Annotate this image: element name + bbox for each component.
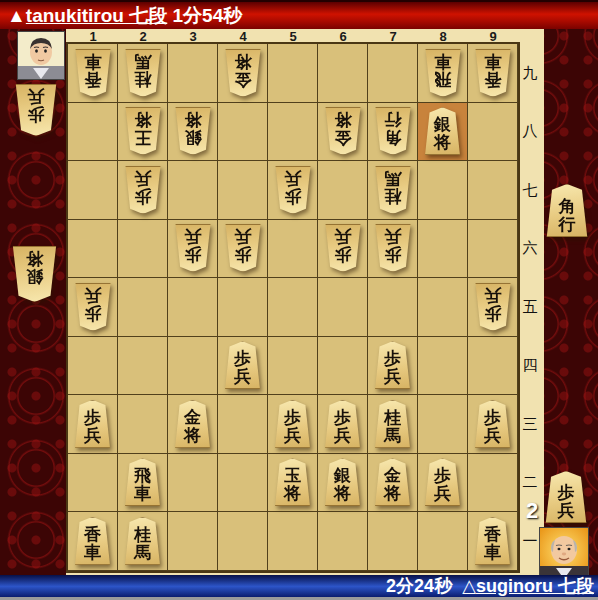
kanji: 兵 [558,502,575,520]
gote-piece-銀将[interactable]: 銀将 [324,458,362,506]
square-1五[interactable]: 歩兵 [68,278,118,337]
kanji: 兵 [334,427,351,445]
square-2一[interactable]: 桂馬 [118,512,168,571]
kanji: 兵 [384,227,401,245]
square-3七[interactable] [168,161,218,220]
file-label-1: 1 [68,29,118,44]
kanji: 金 [384,467,401,485]
kanji: 歩 [484,304,501,322]
rank-label-七: 七 [518,161,542,220]
square-2五[interactable] [118,278,168,337]
square-9八[interactable] [468,103,518,162]
gote-piece-歩兵[interactable]: 歩兵 [374,341,412,389]
top-player-avatar [17,31,65,80]
square-3二[interactable] [168,454,218,513]
kanji: 歩 [384,245,401,263]
sente-piece-飛車[interactable]: 飛車 [424,49,462,97]
gote-piece-金将[interactable]: 金将 [174,400,212,448]
gote-hand-pawn-count-badge: 2 [526,498,538,524]
kanji: 兵 [384,368,401,386]
square-3六[interactable]: 歩兵 [168,220,218,279]
square-7四[interactable]: 歩兵 [368,337,418,396]
square-9三[interactable]: 歩兵 [468,395,518,454]
top-player-name-link[interactable]: tanukitirou 七段 [26,3,167,29]
kanji: 歩 [28,105,45,123]
file-label-4: 4 [218,29,268,44]
kanji: 桂 [134,70,151,88]
gote-piece-桂馬[interactable]: 桂馬 [374,400,412,448]
gote-piece-桂馬[interactable]: 桂馬 [124,517,162,565]
kanji: 兵 [484,286,501,304]
bottom-player-avatar [539,527,589,580]
rank-label-六: 六 [518,220,542,279]
kanji: 兵 [284,427,301,445]
kanji: 行 [559,216,576,234]
gote-piece-銀将[interactable]: 銀将 [424,107,462,155]
kanji: 兵 [28,87,45,105]
kanji: 馬 [134,544,151,562]
kanji: 馬 [134,52,151,70]
square-6六[interactable]: 歩兵 [318,220,368,279]
sente-piece-金将[interactable]: 金将 [224,49,262,97]
square-4五[interactable] [218,278,268,337]
square-4八[interactable] [218,103,268,162]
kanji: 歩 [84,409,101,427]
kanji: 銀 [434,116,451,134]
square-2六[interactable] [118,220,168,279]
kanji: 将 [434,134,451,152]
square-2七[interactable]: 歩兵 [118,161,168,220]
file-label-7: 7 [368,29,418,44]
kanji: 金 [234,70,251,88]
kanji: 馬 [384,169,401,187]
square-5六[interactable] [268,220,318,279]
square-1八[interactable] [68,103,118,162]
square-6九[interactable] [318,44,368,103]
square-8七[interactable] [418,161,468,220]
kanji: 香 [84,526,101,544]
square-8六[interactable] [418,220,468,279]
square-4四[interactable]: 歩兵 [218,337,268,396]
gote-piece-歩兵[interactable]: 歩兵 [274,400,312,448]
kanji: 車 [484,52,501,70]
square-1四[interactable] [68,337,118,396]
sente-piece-銀将[interactable]: 銀将 [174,107,212,155]
gote-piece-歩兵[interactable]: 歩兵 [474,400,512,448]
square-6四[interactable] [318,337,368,396]
kanji: 香 [484,526,501,544]
file-label-6: 6 [318,29,368,44]
shogi-board: 香車桂馬金将飛車香車王将銀将金将角行銀将歩兵歩兵桂馬歩兵歩兵歩兵歩兵歩兵歩兵歩兵… [66,42,520,573]
kanji: 兵 [284,169,301,187]
gote-piece-飛車[interactable]: 飛車 [124,458,162,506]
square-7一[interactable] [368,512,418,571]
kanji: 歩 [558,484,575,502]
file-label-2: 2 [118,29,168,44]
kanji: 桂 [384,409,401,427]
square-1二[interactable] [68,454,118,513]
kanji: 兵 [484,427,501,445]
bottom-player-bar: 2分24秒 △suginoru 七段 [0,575,598,597]
top-player-clock: 1分54秒 [173,3,243,29]
kanji: 将 [384,485,401,503]
square-4六[interactable]: 歩兵 [218,220,268,279]
square-3一[interactable] [168,512,218,571]
sente-piece-歩兵[interactable]: 歩兵 [324,224,362,272]
kanji: 兵 [84,286,101,304]
kanji: 兵 [234,368,251,386]
kanji: 車 [484,544,501,562]
kanji: 兵 [184,227,201,245]
kanji: 将 [234,52,251,70]
square-3八[interactable]: 銀将 [168,103,218,162]
square-9九[interactable]: 香車 [468,44,518,103]
rank-label-八: 八 [518,103,542,162]
square-8八[interactable]: 銀将 [418,103,468,162]
kanji: 香 [484,70,501,88]
square-2三[interactable] [118,395,168,454]
sente-piece-歩兵[interactable]: 歩兵 [374,224,412,272]
sente-piece-桂馬[interactable]: 桂馬 [124,49,162,97]
kanji: 歩 [284,409,301,427]
gote-mark: △ [462,575,476,597]
kanji: 金 [334,128,351,146]
file-label-3: 3 [168,29,218,44]
sente-piece-角行[interactable]: 角行 [374,107,412,155]
kanji: 金 [184,409,201,427]
square-8五[interactable] [418,278,468,337]
sente-piece-桂馬[interactable]: 桂馬 [374,166,412,214]
kanji: 将 [26,249,43,267]
kanji: 飛 [434,70,451,88]
kanji: 兵 [84,427,101,445]
square-1一[interactable]: 香車 [68,512,118,571]
rank-labels: 九八七六五四三二一 [518,44,542,571]
kanji: 車 [134,485,151,503]
kanji: 桂 [384,187,401,205]
file-label-9: 9 [468,29,518,44]
square-1九[interactable]: 香車 [68,44,118,103]
file-labels: 123456789 [68,29,518,44]
square-7二[interactable]: 金将 [368,454,418,513]
sente-piece-歩兵[interactable]: 歩兵 [174,224,212,272]
square-6五[interactable] [318,278,368,337]
square-9五[interactable]: 歩兵 [468,278,518,337]
square-7六[interactable]: 歩兵 [368,220,418,279]
kanji: 将 [334,110,351,128]
kanji: 将 [284,485,301,503]
square-6二[interactable]: 銀将 [318,454,368,513]
square-7九[interactable] [368,44,418,103]
square-8九[interactable]: 飛車 [418,44,468,103]
kanji: 兵 [234,227,251,245]
rank-label-三: 三 [518,395,542,454]
kanji: 歩 [134,187,151,205]
kanji: 角 [559,198,576,216]
bottom-player-clock: 2分24秒 [386,574,452,598]
square-8二[interactable]: 歩兵 [418,454,468,513]
sente-piece-香車[interactable]: 香車 [474,49,512,97]
kanji: 歩 [234,350,251,368]
kanji: 車 [84,52,101,70]
sente-piece-歩兵[interactable]: 歩兵 [274,166,312,214]
kanji: 歩 [234,245,251,263]
sente-piece-歩兵[interactable]: 歩兵 [124,166,162,214]
gote-hand-bishop[interactable]: 角行 [545,184,589,237]
square-6三[interactable]: 歩兵 [318,395,368,454]
square-9六[interactable] [468,220,518,279]
kanji: 将 [134,110,151,128]
sente-piece-王将[interactable]: 王将 [124,107,162,155]
square-4一[interactable] [218,512,268,571]
square-6一[interactable] [318,512,368,571]
square-2四[interactable] [118,337,168,396]
square-1三[interactable]: 歩兵 [68,395,118,454]
kanji: 角 [384,128,401,146]
sente-piece-香車[interactable]: 香車 [74,49,112,97]
square-4九[interactable]: 金将 [218,44,268,103]
kanji: 飛 [134,467,151,485]
sente-piece-歩兵[interactable]: 歩兵 [474,283,512,331]
kanji: 将 [184,110,201,128]
rank-label-九: 九 [518,44,542,103]
shogi-app: ▲tanukitirou 七段 1分54秒 123456789 九八七六五四三二… [0,0,598,600]
square-2九[interactable]: 桂馬 [118,44,168,103]
gote-piece-玉将[interactable]: 玉将 [274,458,312,506]
gote-piece-香車[interactable]: 香車 [474,517,512,565]
square-8三[interactable] [418,395,468,454]
square-3九[interactable] [168,44,218,103]
sente-mark: ▲ [7,5,26,27]
square-2八[interactable]: 王将 [118,103,168,162]
file-label-8: 8 [418,29,468,44]
sente-piece-歩兵[interactable]: 歩兵 [224,224,262,272]
square-5七[interactable]: 歩兵 [268,161,318,220]
kanji: 馬 [384,427,401,445]
square-4二[interactable] [218,454,268,513]
square-5一[interactable] [268,512,318,571]
rank-label-五: 五 [518,278,542,337]
square-5二[interactable]: 玉将 [268,454,318,513]
kanji: 銀 [334,467,351,485]
kanji: 銀 [26,267,43,285]
kanji: 兵 [434,485,451,503]
square-9四[interactable] [468,337,518,396]
sente-piece-金将[interactable]: 金将 [324,107,362,155]
kanji: 歩 [484,409,501,427]
square-1六[interactable] [68,220,118,279]
square-3五[interactable] [168,278,218,337]
rank-label-四: 四 [518,337,542,396]
square-7五[interactable] [368,278,418,337]
kanji: 兵 [134,169,151,187]
square-9七[interactable] [468,161,518,220]
square-7三[interactable]: 桂馬 [368,395,418,454]
kanji: 歩 [434,467,451,485]
square-3四[interactable] [168,337,218,396]
kanji: 車 [84,544,101,562]
kanji: 歩 [84,304,101,322]
kanji: 歩 [184,245,201,263]
gote-piece-歩兵[interactable]: 歩兵 [74,400,112,448]
square-2二[interactable]: 飛車 [118,454,168,513]
square-7七[interactable]: 桂馬 [368,161,418,220]
sente-hand-silver[interactable]: 銀将 [11,246,58,302]
square-4七[interactable] [218,161,268,220]
square-8一[interactable] [418,512,468,571]
gote-piece-歩兵[interactable]: 歩兵 [424,458,462,506]
kanji: 香 [84,70,101,88]
gote-hand-pawn[interactable]: 歩兵 [544,471,588,523]
top-player-bar: ▲tanukitirou 七段 1分54秒 [0,2,598,29]
kanji: 行 [384,110,401,128]
kanji: 車 [434,52,451,70]
sente-hand-pawn[interactable]: 歩兵 [14,84,58,136]
kanji: 歩 [384,350,401,368]
square-7八[interactable]: 角行 [368,103,418,162]
square-4三[interactable] [218,395,268,454]
square-9一[interactable]: 香車 [468,512,518,571]
bottom-player-name-link[interactable]: suginoru 七段 [476,574,594,598]
kanji: 将 [334,485,351,503]
square-9二[interactable] [468,454,518,513]
square-6八[interactable]: 金将 [318,103,368,162]
kanji: 兵 [334,227,351,245]
gote-piece-金将[interactable]: 金将 [374,458,412,506]
spacer [452,576,462,597]
kanji: 歩 [334,409,351,427]
square-1七[interactable] [68,161,118,220]
square-5三[interactable]: 歩兵 [268,395,318,454]
kanji: 歩 [334,245,351,263]
gote-piece-歩兵[interactable]: 歩兵 [324,400,362,448]
file-label-5: 5 [268,29,318,44]
square-5五[interactable] [268,278,318,337]
gote-piece-歩兵[interactable]: 歩兵 [224,341,262,389]
kanji: 歩 [284,187,301,205]
gote-piece-香車[interactable]: 香車 [74,517,112,565]
square-3三[interactable]: 金将 [168,395,218,454]
square-8四[interactable] [418,337,468,396]
kanji: 玉 [284,467,301,485]
kanji: 銀 [184,128,201,146]
kanji: 桂 [134,526,151,544]
square-5九[interactable] [268,44,318,103]
square-5四[interactable] [268,337,318,396]
sente-piece-歩兵[interactable]: 歩兵 [74,283,112,331]
square-5八[interactable] [268,103,318,162]
kanji: 将 [184,427,201,445]
square-6七[interactable] [318,161,368,220]
kanji: 王 [134,128,151,146]
